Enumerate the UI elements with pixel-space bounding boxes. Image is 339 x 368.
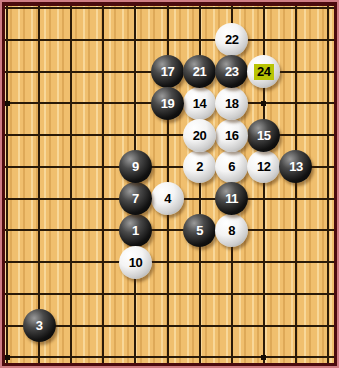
stone-white-22: 22	[215, 23, 248, 56]
stone-black-9: 9	[119, 150, 152, 183]
move-number: 23	[225, 64, 238, 79]
stone-white-2: 2	[183, 150, 216, 183]
grid-horizontal-line	[5, 293, 334, 295]
move-number: 11	[225, 191, 238, 206]
move-number: 10	[129, 255, 142, 270]
grid-vertical-line	[295, 6, 297, 363]
stone-white-6: 6	[215, 150, 248, 183]
star-point	[261, 355, 266, 360]
move-number: 3	[36, 318, 43, 333]
move-number: 5	[196, 223, 203, 238]
move-number: 1	[132, 223, 139, 238]
move-number: 12	[257, 159, 270, 174]
stone-white-16: 16	[215, 119, 248, 152]
stone-black-15: 15	[247, 119, 280, 152]
move-number: 4	[164, 191, 171, 206]
stone-black-23: 23	[215, 55, 248, 88]
move-number: 18	[225, 96, 238, 111]
stone-black-1: 1	[119, 214, 152, 247]
stone-white-12: 12	[247, 150, 280, 183]
stone-black-21: 21	[183, 55, 216, 88]
move-number: 7	[132, 191, 139, 206]
move-number: 17	[161, 64, 174, 79]
stone-black-17: 17	[151, 55, 184, 88]
grid-horizontal-line	[5, 7, 334, 9]
stone-black-11: 11	[215, 182, 248, 215]
stone-black-5: 5	[183, 214, 216, 247]
stone-white-8: 8	[215, 214, 248, 247]
move-number: 6	[228, 159, 235, 174]
grid-vertical-line	[70, 6, 72, 363]
grid-vertical-line	[6, 6, 8, 363]
stone-white-20: 20	[183, 119, 216, 152]
grid-horizontal-line	[5, 134, 334, 136]
move-number: 16	[225, 128, 238, 143]
stone-white-10: 10	[119, 246, 152, 279]
move-number: 2	[196, 159, 203, 174]
move-number: 21	[193, 64, 206, 79]
move-number: 8	[228, 223, 235, 238]
star-point	[261, 101, 266, 106]
grid-horizontal-line	[5, 356, 334, 358]
star-point	[5, 101, 10, 106]
move-number: 9	[132, 159, 139, 174]
move-number: 20	[193, 128, 206, 143]
move-number: 13	[289, 159, 302, 174]
move-number: 19	[161, 96, 174, 111]
grid-horizontal-line	[5, 261, 334, 263]
grid-vertical-line	[102, 6, 104, 363]
stone-black-19: 19	[151, 87, 184, 120]
last-move-marker: 24	[254, 64, 273, 80]
stone-black-13: 13	[279, 150, 312, 183]
stone-white-18: 18	[215, 87, 248, 120]
move-number: 14	[193, 96, 206, 111]
star-point	[5, 355, 10, 360]
stone-black-3: 3	[23, 309, 56, 342]
stone-black-7: 7	[119, 182, 152, 215]
gomoku-board[interactable]: 123456789101112131415161718192021222324	[5, 6, 334, 363]
board-frame: 123456789101112131415161718192021222324	[0, 0, 339, 368]
grid-vertical-line	[327, 6, 329, 363]
stone-white-24: 24	[247, 55, 280, 88]
move-number: 15	[257, 128, 270, 143]
stone-white-4: 4	[151, 182, 184, 215]
grid-horizontal-line	[5, 229, 334, 231]
move-number: 22	[225, 32, 238, 47]
grid-horizontal-line	[5, 39, 334, 41]
stone-white-14: 14	[183, 87, 216, 120]
